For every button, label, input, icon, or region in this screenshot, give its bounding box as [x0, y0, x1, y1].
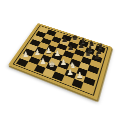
board-photo: ♚♝♞♜♟♟♟♟♟♛♟♟♟♟♟♞♟♟♚♟♟ [0, 0, 120, 120]
chess-board [8, 23, 112, 100]
